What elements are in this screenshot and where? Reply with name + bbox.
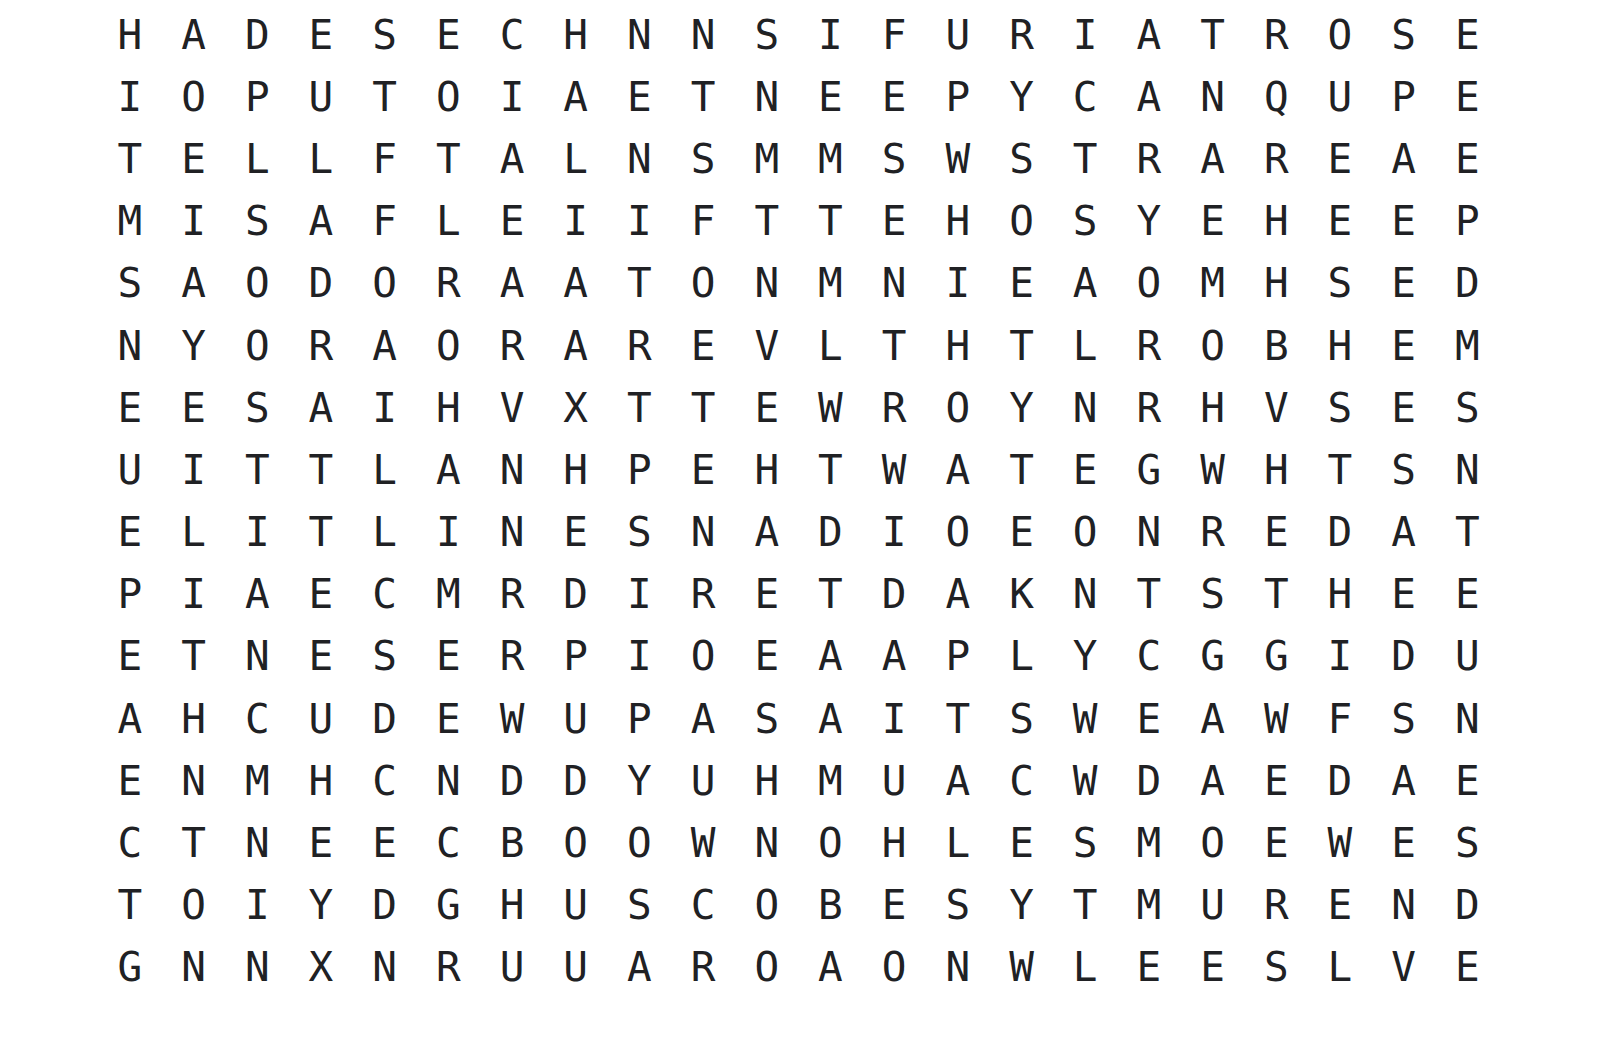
grid-cell[interactable]: T (990, 439, 1054, 501)
grid-cell[interactable]: T (289, 502, 353, 564)
grid-cell[interactable]: O (416, 66, 480, 128)
grid-cell[interactable]: E (862, 191, 926, 253)
grid-cell[interactable]: P (98, 564, 162, 626)
grid-cell[interactable]: N (1435, 439, 1499, 501)
grid-cell[interactable]: Q (1244, 66, 1308, 128)
grid-cell[interactable]: C (1117, 626, 1181, 688)
grid-cell[interactable]: E (1435, 937, 1499, 999)
grid-cell[interactable]: L (1308, 937, 1372, 999)
grid-cell[interactable]: T (608, 377, 672, 439)
grid-cell[interactable]: L (1053, 315, 1117, 377)
grid-cell[interactable]: C (671, 875, 735, 937)
grid-cell[interactable]: H (1308, 315, 1372, 377)
grid-cell[interactable]: S (608, 502, 672, 564)
grid-cell[interactable]: I (353, 377, 417, 439)
grid-cell[interactable]: E (1308, 875, 1372, 937)
grid-cell[interactable]: R (1181, 502, 1245, 564)
grid-cell[interactable]: U (1181, 875, 1245, 937)
grid-cell[interactable]: R (289, 315, 353, 377)
grid-cell[interactable]: M (416, 564, 480, 626)
grid-cell[interactable]: C (480, 4, 544, 66)
grid-cell[interactable]: T (799, 439, 863, 501)
grid-cell[interactable]: R (1117, 377, 1181, 439)
grid-cell[interactable]: T (799, 191, 863, 253)
grid-cell[interactable]: N (162, 937, 226, 999)
grid-cell[interactable]: A (98, 688, 162, 750)
grid-cell[interactable]: T (671, 66, 735, 128)
grid-cell[interactable]: W (990, 937, 1054, 999)
grid-cell[interactable]: X (544, 377, 608, 439)
grid-cell[interactable]: S (990, 688, 1054, 750)
grid-cell[interactable]: N (416, 750, 480, 812)
grid-cell[interactable]: P (926, 66, 990, 128)
grid-cell[interactable]: I (416, 502, 480, 564)
grid-cell[interactable]: H (1308, 564, 1372, 626)
grid-cell[interactable]: R (1117, 315, 1181, 377)
grid-cell[interactable]: U (862, 750, 926, 812)
grid-cell[interactable]: A (416, 439, 480, 501)
grid-cell[interactable]: R (480, 315, 544, 377)
grid-cell[interactable]: U (544, 937, 608, 999)
grid-cell[interactable]: U (671, 750, 735, 812)
grid-cell[interactable]: G (1181, 626, 1245, 688)
grid-cell[interactable]: N (608, 4, 672, 66)
grid-cell[interactable]: C (1053, 66, 1117, 128)
grid-cell[interactable]: T (926, 688, 990, 750)
grid-cell[interactable]: H (416, 377, 480, 439)
grid-cell[interactable]: O (990, 191, 1054, 253)
grid-cell[interactable]: E (98, 626, 162, 688)
grid-cell[interactable]: A (480, 253, 544, 315)
grid-cell[interactable]: I (862, 502, 926, 564)
grid-cell[interactable]: B (1244, 315, 1308, 377)
grid-cell[interactable]: M (799, 750, 863, 812)
grid-cell[interactable]: E (1372, 812, 1436, 874)
grid-cell[interactable]: H (480, 875, 544, 937)
grid-cell[interactable]: E (98, 377, 162, 439)
grid-cell[interactable]: S (735, 688, 799, 750)
grid-cell[interactable]: S (1435, 377, 1499, 439)
grid-cell[interactable]: N (480, 502, 544, 564)
grid-cell[interactable]: R (416, 937, 480, 999)
grid-cell[interactable]: A (735, 502, 799, 564)
grid-cell[interactable]: E (1308, 191, 1372, 253)
grid-cell[interactable]: A (544, 315, 608, 377)
grid-cell[interactable]: H (735, 750, 799, 812)
grid-cell[interactable]: F (353, 191, 417, 253)
grid-cell[interactable]: E (289, 626, 353, 688)
grid-cell[interactable]: M (1117, 812, 1181, 874)
grid-cell[interactable]: U (98, 439, 162, 501)
grid-cell[interactable]: N (98, 315, 162, 377)
grid-cell[interactable]: K (990, 564, 1054, 626)
grid-cell[interactable]: E (544, 502, 608, 564)
grid-cell[interactable]: W (1244, 688, 1308, 750)
grid-cell[interactable]: U (544, 688, 608, 750)
grid-cell[interactable]: D (1372, 626, 1436, 688)
grid-cell[interactable]: P (1435, 191, 1499, 253)
grid-cell[interactable]: T (416, 128, 480, 190)
grid-cell[interactable]: L (926, 812, 990, 874)
grid-cell[interactable]: N (225, 812, 289, 874)
grid-cell[interactable]: W (671, 812, 735, 874)
grid-cell[interactable]: A (289, 191, 353, 253)
grid-cell[interactable]: Y (990, 377, 1054, 439)
grid-cell[interactable]: E (862, 66, 926, 128)
grid-cell[interactable]: I (799, 4, 863, 66)
grid-cell[interactable]: I (162, 439, 226, 501)
grid-cell[interactable]: T (1435, 502, 1499, 564)
grid-cell[interactable]: T (990, 315, 1054, 377)
grid-cell[interactable]: R (671, 564, 735, 626)
grid-cell[interactable]: P (608, 688, 672, 750)
grid-cell[interactable]: G (98, 937, 162, 999)
grid-cell[interactable]: D (544, 750, 608, 812)
grid-cell[interactable]: R (1244, 4, 1308, 66)
grid-cell[interactable]: E (1117, 688, 1181, 750)
grid-cell[interactable]: N (480, 439, 544, 501)
grid-cell[interactable]: H (289, 750, 353, 812)
grid-cell[interactable]: A (799, 626, 863, 688)
grid-cell[interactable]: N (1181, 66, 1245, 128)
grid-cell[interactable]: L (353, 439, 417, 501)
grid-cell[interactable]: T (799, 564, 863, 626)
grid-cell[interactable]: D (1117, 750, 1181, 812)
grid-cell[interactable]: F (353, 128, 417, 190)
grid-cell[interactable]: E (1435, 4, 1499, 66)
grid-cell[interactable]: O (671, 253, 735, 315)
grid-cell[interactable]: I (1053, 4, 1117, 66)
grid-cell[interactable]: R (1244, 875, 1308, 937)
grid-cell[interactable]: U (1435, 626, 1499, 688)
grid-cell[interactable]: E (990, 253, 1054, 315)
grid-cell[interactable]: R (990, 4, 1054, 66)
grid-cell[interactable]: E (1372, 377, 1436, 439)
grid-cell[interactable]: H (926, 191, 990, 253)
grid-cell[interactable]: H (1244, 439, 1308, 501)
grid-cell[interactable]: O (1308, 4, 1372, 66)
grid-cell[interactable]: A (799, 937, 863, 999)
grid-cell[interactable]: L (1053, 937, 1117, 999)
grid-cell[interactable]: T (98, 875, 162, 937)
grid-cell[interactable]: D (1435, 875, 1499, 937)
grid-cell[interactable]: E (990, 812, 1054, 874)
grid-cell[interactable]: O (162, 66, 226, 128)
grid-cell[interactable]: N (608, 128, 672, 190)
grid-cell[interactable]: C (416, 812, 480, 874)
grid-cell[interactable]: R (671, 937, 735, 999)
grid-cell[interactable]: S (1308, 253, 1372, 315)
grid-cell[interactable]: S (353, 626, 417, 688)
grid-cell[interactable]: E (735, 564, 799, 626)
grid-cell[interactable]: E (1435, 128, 1499, 190)
grid-cell[interactable]: R (608, 315, 672, 377)
grid-cell[interactable]: O (671, 626, 735, 688)
grid-cell[interactable]: O (735, 875, 799, 937)
grid-cell[interactable]: N (671, 4, 735, 66)
grid-cell[interactable]: W (1053, 750, 1117, 812)
grid-cell[interactable]: C (353, 750, 417, 812)
grid-cell[interactable]: Y (289, 875, 353, 937)
grid-cell[interactable]: E (416, 626, 480, 688)
grid-cell[interactable]: F (671, 191, 735, 253)
grid-cell[interactable]: Y (608, 750, 672, 812)
grid-cell[interactable]: S (353, 4, 417, 66)
grid-cell[interactable]: L (990, 626, 1054, 688)
grid-cell[interactable]: N (671, 502, 735, 564)
grid-cell[interactable]: I (862, 688, 926, 750)
grid-cell[interactable]: I (480, 66, 544, 128)
grid-cell[interactable]: S (990, 128, 1054, 190)
grid-cell[interactable]: U (289, 688, 353, 750)
grid-cell[interactable]: U (480, 937, 544, 999)
grid-cell[interactable]: E (353, 812, 417, 874)
grid-cell[interactable]: D (353, 875, 417, 937)
grid-cell[interactable]: E (98, 502, 162, 564)
grid-cell[interactable]: M (98, 191, 162, 253)
grid-cell[interactable]: R (416, 253, 480, 315)
grid-cell[interactable]: P (225, 66, 289, 128)
grid-cell[interactable]: A (1117, 4, 1181, 66)
grid-cell[interactable]: E (1372, 564, 1436, 626)
grid-cell[interactable]: D (225, 4, 289, 66)
grid-cell[interactable]: R (480, 564, 544, 626)
grid-cell[interactable]: E (671, 315, 735, 377)
grid-cell[interactable]: L (289, 128, 353, 190)
grid-cell[interactable]: H (544, 4, 608, 66)
grid-cell[interactable]: C (225, 688, 289, 750)
grid-cell[interactable]: H (735, 439, 799, 501)
grid-cell[interactable]: F (1308, 688, 1372, 750)
grid-cell[interactable]: N (1435, 688, 1499, 750)
grid-cell[interactable]: A (926, 564, 990, 626)
grid-cell[interactable]: O (926, 502, 990, 564)
grid-cell[interactable]: T (608, 253, 672, 315)
grid-cell[interactable]: I (162, 564, 226, 626)
grid-cell[interactable]: T (98, 128, 162, 190)
grid-cell[interactable]: M (1181, 253, 1245, 315)
grid-cell[interactable]: M (1435, 315, 1499, 377)
grid-cell[interactable]: T (1244, 564, 1308, 626)
grid-cell[interactable]: D (1308, 750, 1372, 812)
grid-cell[interactable]: E (862, 875, 926, 937)
grid-cell[interactable]: E (1435, 564, 1499, 626)
grid-cell[interactable]: L (799, 315, 863, 377)
grid-cell[interactable]: E (990, 502, 1054, 564)
grid-cell[interactable]: E (1372, 253, 1436, 315)
grid-cell[interactable]: E (1244, 750, 1308, 812)
grid-cell[interactable]: T (1308, 439, 1372, 501)
grid-cell[interactable]: I (225, 875, 289, 937)
grid-cell[interactable]: A (926, 439, 990, 501)
grid-cell[interactable]: E (1181, 191, 1245, 253)
grid-cell[interactable]: E (289, 4, 353, 66)
grid-cell[interactable]: E (1117, 937, 1181, 999)
grid-cell[interactable]: I (926, 253, 990, 315)
grid-cell[interactable]: E (416, 688, 480, 750)
grid-cell[interactable]: R (1244, 128, 1308, 190)
grid-cell[interactable]: O (225, 253, 289, 315)
grid-cell[interactable]: T (225, 439, 289, 501)
grid-cell[interactable]: W (1308, 812, 1372, 874)
grid-cell[interactable]: E (162, 128, 226, 190)
grid-cell[interactable]: S (1372, 4, 1436, 66)
grid-cell[interactable]: H (1244, 253, 1308, 315)
grid-cell[interactable]: L (353, 502, 417, 564)
grid-cell[interactable]: Y (990, 875, 1054, 937)
grid-cell[interactable]: D (862, 564, 926, 626)
grid-cell[interactable]: N (735, 812, 799, 874)
grid-cell[interactable]: C (98, 812, 162, 874)
grid-cell[interactable]: E (1372, 191, 1436, 253)
grid-cell[interactable]: A (1372, 128, 1436, 190)
grid-cell[interactable]: W (799, 377, 863, 439)
grid-cell[interactable]: S (1053, 191, 1117, 253)
grid-cell[interactable]: D (353, 688, 417, 750)
grid-cell[interactable]: E (799, 66, 863, 128)
grid-cell[interactable]: O (544, 812, 608, 874)
grid-cell[interactable]: A (480, 128, 544, 190)
grid-cell[interactable]: L (544, 128, 608, 190)
grid-cell[interactable]: V (480, 377, 544, 439)
grid-cell[interactable]: A (544, 253, 608, 315)
grid-cell[interactable]: W (862, 439, 926, 501)
grid-cell[interactable]: E (480, 191, 544, 253)
grid-cell[interactable]: D (1435, 253, 1499, 315)
grid-cell[interactable]: V (735, 315, 799, 377)
grid-cell[interactable]: A (862, 626, 926, 688)
grid-cell[interactable]: A (1181, 128, 1245, 190)
grid-cell[interactable]: E (1244, 502, 1308, 564)
grid-cell[interactable]: T (671, 377, 735, 439)
grid-cell[interactable]: S (1053, 812, 1117, 874)
grid-cell[interactable]: I (608, 191, 672, 253)
grid-cell[interactable]: N (1372, 875, 1436, 937)
grid-cell[interactable]: E (1244, 812, 1308, 874)
grid-cell[interactable]: H (162, 688, 226, 750)
grid-cell[interactable]: A (544, 66, 608, 128)
grid-cell[interactable]: O (799, 812, 863, 874)
grid-cell[interactable]: O (862, 937, 926, 999)
grid-cell[interactable]: U (544, 875, 608, 937)
grid-cell[interactable]: D (799, 502, 863, 564)
grid-cell[interactable]: U (289, 66, 353, 128)
grid-cell[interactable]: T (289, 439, 353, 501)
grid-cell[interactable]: T (353, 66, 417, 128)
grid-cell[interactable]: C (353, 564, 417, 626)
grid-cell[interactable]: V (1244, 377, 1308, 439)
grid-cell[interactable]: A (289, 377, 353, 439)
grid-cell[interactable]: H (544, 439, 608, 501)
grid-cell[interactable]: X (289, 937, 353, 999)
grid-cell[interactable]: Y (990, 66, 1054, 128)
grid-cell[interactable]: D (289, 253, 353, 315)
grid-cell[interactable]: S (1372, 688, 1436, 750)
grid-cell[interactable]: G (1117, 439, 1181, 501)
grid-cell[interactable]: O (1053, 502, 1117, 564)
grid-cell[interactable]: G (416, 875, 480, 937)
grid-cell[interactable]: T (735, 191, 799, 253)
grid-cell[interactable]: E (1053, 439, 1117, 501)
grid-cell[interactable]: L (416, 191, 480, 253)
grid-cell[interactable]: O (926, 377, 990, 439)
grid-cell[interactable]: E (735, 377, 799, 439)
grid-cell[interactable]: S (1181, 564, 1245, 626)
grid-cell[interactable]: S (98, 253, 162, 315)
grid-cell[interactable]: I (608, 626, 672, 688)
grid-cell[interactable]: A (799, 688, 863, 750)
grid-cell[interactable]: I (162, 191, 226, 253)
grid-cell[interactable]: O (1181, 812, 1245, 874)
grid-cell[interactable]: S (671, 128, 735, 190)
grid-cell[interactable]: W (926, 128, 990, 190)
grid-cell[interactable]: M (799, 253, 863, 315)
grid-cell[interactable]: E (608, 66, 672, 128)
grid-cell[interactable]: O (416, 315, 480, 377)
grid-cell[interactable]: H (862, 812, 926, 874)
grid-cell[interactable]: E (416, 4, 480, 66)
grid-cell[interactable]: E (289, 812, 353, 874)
grid-cell[interactable]: T (1117, 564, 1181, 626)
grid-cell[interactable]: A (1372, 502, 1436, 564)
grid-cell[interactable]: Y (1053, 626, 1117, 688)
grid-cell[interactable]: L (162, 502, 226, 564)
grid-cell[interactable]: D (480, 750, 544, 812)
grid-cell[interactable]: A (162, 4, 226, 66)
grid-cell[interactable]: O (162, 875, 226, 937)
grid-cell[interactable]: W (1181, 439, 1245, 501)
grid-cell[interactable]: I (1308, 626, 1372, 688)
grid-cell[interactable]: E (98, 750, 162, 812)
grid-cell[interactable]: A (1372, 750, 1436, 812)
grid-cell[interactable]: E (289, 564, 353, 626)
grid-cell[interactable]: E (1181, 937, 1245, 999)
grid-cell[interactable]: R (862, 377, 926, 439)
grid-cell[interactable]: D (1308, 502, 1372, 564)
grid-cell[interactable]: T (162, 626, 226, 688)
grid-cell[interactable]: I (608, 564, 672, 626)
grid-cell[interactable]: S (1308, 377, 1372, 439)
grid-cell[interactable]: S (1435, 812, 1499, 874)
grid-cell[interactable]: A (1181, 750, 1245, 812)
grid-cell[interactable]: S (608, 875, 672, 937)
grid-cell[interactable]: I (225, 502, 289, 564)
grid-cell[interactable]: O (353, 253, 417, 315)
grid-cell[interactable]: A (926, 750, 990, 812)
grid-cell[interactable]: U (1308, 66, 1372, 128)
grid-cell[interactable]: O (225, 315, 289, 377)
grid-cell[interactable]: N (162, 750, 226, 812)
grid-cell[interactable]: W (1053, 688, 1117, 750)
grid-cell[interactable]: D (544, 564, 608, 626)
grid-cell[interactable]: U (926, 4, 990, 66)
grid-cell[interactable]: E (1435, 750, 1499, 812)
grid-cell[interactable]: S (926, 875, 990, 937)
grid-cell[interactable]: H (926, 315, 990, 377)
grid-cell[interactable]: M (735, 128, 799, 190)
grid-cell[interactable]: V (1372, 937, 1436, 999)
grid-cell[interactable]: C (990, 750, 1054, 812)
grid-cell[interactable]: N (862, 253, 926, 315)
grid-cell[interactable]: N (735, 66, 799, 128)
grid-cell[interactable]: H (1181, 377, 1245, 439)
grid-cell[interactable]: N (225, 937, 289, 999)
grid-cell[interactable]: I (544, 191, 608, 253)
grid-cell[interactable]: P (544, 626, 608, 688)
grid-cell[interactable]: W (480, 688, 544, 750)
grid-cell[interactable]: A (671, 688, 735, 750)
grid-cell[interactable]: E (671, 439, 735, 501)
